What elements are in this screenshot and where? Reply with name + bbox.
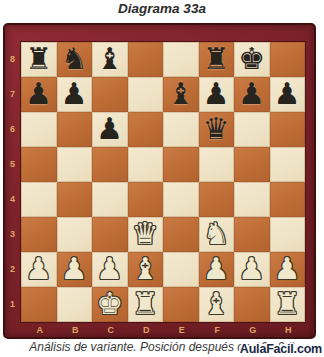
square-b2: ♟ — [57, 252, 93, 287]
square-a4 — [21, 182, 57, 217]
square-e8 — [163, 42, 199, 77]
black-knight-piece: ♞ — [57, 42, 93, 77]
rank-label-5: 5 — [5, 147, 20, 182]
rank-label-3: 3 — [5, 217, 20, 252]
square-a5 — [21, 147, 57, 182]
square-a1 — [21, 287, 57, 322]
square-f5 — [199, 147, 235, 182]
black-pawn-piece: ♟ — [199, 77, 235, 112]
square-d4 — [128, 182, 164, 217]
square-b8: ♞ — [57, 42, 93, 77]
square-h3 — [270, 217, 306, 252]
square-c1: ♚ — [92, 287, 128, 322]
square-c3 — [92, 217, 128, 252]
square-d2: ♝ — [128, 252, 164, 287]
black-pawn-piece: ♟ — [21, 77, 57, 112]
square-e3 — [163, 217, 199, 252]
board-grid: ♜♞♝♜♚♟♟♝♟♟♟♟♛♛♞♟♟♟♝♟♟♟♚♜♝♜ — [20, 41, 306, 323]
file-label-h: H — [271, 324, 307, 336]
square-a7: ♟ — [21, 77, 57, 112]
black-bishop-piece: ♝ — [163, 77, 199, 112]
rank-labels: 87654321 — [5, 42, 20, 322]
square-b3 — [57, 217, 93, 252]
square-h1: ♜ — [270, 287, 306, 322]
white-bishop-piece: ♝ — [199, 287, 235, 322]
square-d5 — [128, 147, 164, 182]
black-pawn-piece: ♟ — [92, 112, 128, 147]
rank-label-6: 6 — [5, 112, 20, 147]
square-e1 — [163, 287, 199, 322]
square-g3 — [234, 217, 270, 252]
square-f1: ♝ — [199, 287, 235, 322]
square-a2: ♟ — [21, 252, 57, 287]
square-g6 — [234, 112, 270, 147]
aulafacil-logo: AulaFacil.com — [240, 342, 322, 356]
square-e4 — [163, 182, 199, 217]
file-label-b: B — [58, 324, 94, 336]
black-pawn-piece: ♟ — [57, 77, 93, 112]
square-d3: ♛ — [128, 217, 164, 252]
square-f4 — [199, 182, 235, 217]
square-h6 — [270, 112, 306, 147]
black-king-piece: ♚ — [234, 42, 270, 77]
square-d6 — [128, 112, 164, 147]
square-a6 — [21, 112, 57, 147]
square-c5 — [92, 147, 128, 182]
file-label-c: C — [93, 324, 129, 336]
rank-label-8: 8 — [5, 42, 20, 77]
square-g4 — [234, 182, 270, 217]
rank-label-1: 1 — [5, 287, 20, 322]
square-f6: ♛ — [199, 112, 235, 147]
square-h5 — [270, 147, 306, 182]
rank-label-7: 7 — [5, 77, 20, 112]
square-c4 — [92, 182, 128, 217]
square-g8: ♚ — [234, 42, 270, 77]
white-pawn-piece: ♟ — [21, 252, 57, 287]
square-b4 — [57, 182, 93, 217]
square-h2: ♟ — [270, 252, 306, 287]
square-b1 — [57, 287, 93, 322]
square-e6 — [163, 112, 199, 147]
square-h7: ♟ — [270, 77, 306, 112]
square-f8: ♜ — [199, 42, 235, 77]
square-a3 — [21, 217, 57, 252]
square-f7: ♟ — [199, 77, 235, 112]
black-pawn-piece: ♟ — [270, 77, 306, 112]
file-label-f: F — [200, 324, 236, 336]
square-c6: ♟ — [92, 112, 128, 147]
square-a8: ♜ — [21, 42, 57, 77]
square-h8 — [270, 42, 306, 77]
square-c7 — [92, 77, 128, 112]
black-bishop-piece: ♝ — [92, 42, 128, 77]
file-label-g: G — [235, 324, 271, 336]
square-d1: ♜ — [128, 287, 164, 322]
white-bishop-piece: ♝ — [128, 252, 164, 287]
white-pawn-piece: ♟ — [270, 252, 306, 287]
square-c2: ♟ — [92, 252, 128, 287]
white-rook-piece: ♜ — [128, 287, 164, 322]
white-pawn-piece: ♟ — [92, 252, 128, 287]
square-e7: ♝ — [163, 77, 199, 112]
square-e2 — [163, 252, 199, 287]
chess-board: 87654321 ♜♞♝♜♚♟♟♝♟♟♟♟♛♛♞♟♟♟♝♟♟♟♚♜♝♜ ABCD… — [3, 23, 316, 339]
page-title: Diagrama 33a — [0, 1, 324, 16]
rank-label-4: 4 — [5, 182, 20, 217]
square-d7 — [128, 77, 164, 112]
white-queen-piece: ♛ — [128, 217, 164, 252]
square-c8: ♝ — [92, 42, 128, 77]
square-h4 — [270, 182, 306, 217]
square-g7: ♟ — [234, 77, 270, 112]
file-label-a: A — [22, 324, 58, 336]
white-king-piece: ♚ — [92, 287, 128, 322]
black-queen-piece: ♛ — [199, 112, 235, 147]
square-e5 — [163, 147, 199, 182]
square-g2: ♟ — [234, 252, 270, 287]
black-rook-piece: ♜ — [21, 42, 57, 77]
white-rook-piece: ♜ — [270, 287, 306, 322]
square-b5 — [57, 147, 93, 182]
square-b7: ♟ — [57, 77, 93, 112]
diagram-page: Diagrama 33a 87654321 ♜♞♝♜♚♟♟♝♟♟♟♟♛♛♞♟♟♟… — [0, 0, 324, 357]
black-rook-piece: ♜ — [199, 42, 235, 77]
white-pawn-piece: ♟ — [57, 252, 93, 287]
square-f2: ♟ — [199, 252, 235, 287]
square-f3: ♞ — [199, 217, 235, 252]
white-pawn-piece: ♟ — [234, 252, 270, 287]
white-pawn-piece: ♟ — [199, 252, 235, 287]
square-b6 — [57, 112, 93, 147]
file-labels: ABCDEFGH — [22, 324, 306, 336]
white-knight-piece: ♞ — [199, 217, 235, 252]
square-g5 — [234, 147, 270, 182]
black-pawn-piece: ♟ — [234, 77, 270, 112]
square-d8 — [128, 42, 164, 77]
rank-label-2: 2 — [5, 252, 20, 287]
square-g1 — [234, 287, 270, 322]
file-label-d: D — [129, 324, 165, 336]
file-label-e: E — [164, 324, 200, 336]
